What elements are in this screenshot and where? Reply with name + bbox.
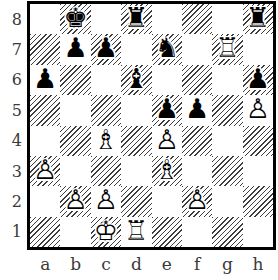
rank-label-2: 2 [4, 186, 24, 216]
square-a6[interactable]: ♟♟ [30, 65, 60, 95]
square-d3[interactable] [121, 156, 151, 186]
piece-underlay: ♜ [243, 3, 273, 33]
square-d8[interactable]: ♜♜ [121, 4, 151, 34]
square-f3[interactable] [182, 156, 212, 186]
piece-black-king-b8: ♚ [60, 3, 90, 33]
square-d5[interactable] [121, 95, 151, 125]
piece-black-pawn-b7: ♟ [60, 33, 90, 63]
rank-label-3: 3 [4, 156, 24, 186]
piece-black-rook-d8: ♜ [121, 3, 151, 33]
piece-black-pawn-h6: ♟ [243, 64, 273, 94]
square-a7[interactable] [30, 34, 60, 64]
piece-white-pawn-e4: ♙ [152, 125, 182, 155]
square-d4[interactable] [121, 126, 151, 156]
square-h4[interactable] [243, 126, 273, 156]
square-e2[interactable] [152, 186, 182, 216]
square-e3[interactable]: ♝♗ [152, 156, 182, 186]
piece-underlay: ♟ [243, 94, 273, 124]
piece-black-bishop-d6: ♝ [121, 64, 151, 94]
piece-black-pawn-f5: ♟ [182, 94, 212, 124]
square-h2[interactable] [243, 186, 273, 216]
piece-underlay: ♟ [60, 33, 90, 63]
piece-black-rook-h8: ♜ [243, 3, 273, 33]
square-b7[interactable]: ♟♟ [60, 34, 90, 64]
square-a3[interactable]: ♟♙ [30, 156, 60, 186]
file-labels: abcdefgh [30, 250, 273, 278]
piece-white-pawn-f2: ♙ [182, 185, 212, 215]
square-b6[interactable] [60, 65, 90, 95]
square-f2[interactable]: ♟♙ [182, 186, 212, 216]
rank-label-5: 5 [4, 95, 24, 125]
piece-underlay: ♟ [30, 155, 60, 185]
piece-underlay: ♟ [182, 94, 212, 124]
piece-underlay: ♟ [152, 94, 182, 124]
square-e6[interactable] [152, 65, 182, 95]
piece-underlay: ♟ [91, 185, 121, 215]
piece-underlay: ♝ [121, 64, 151, 94]
square-a2[interactable] [30, 186, 60, 216]
piece-white-bishop-e3: ♗ [152, 155, 182, 185]
piece-white-pawn-a3: ♙ [30, 155, 60, 185]
square-h7[interactable] [243, 34, 273, 64]
square-a5[interactable] [30, 95, 60, 125]
square-c6[interactable] [91, 65, 121, 95]
square-c3[interactable] [91, 156, 121, 186]
square-e5[interactable]: ♟♟ [152, 95, 182, 125]
square-c1[interactable]: ♚♔ [91, 217, 121, 247]
file-label-c: c [91, 250, 121, 278]
piece-underlay: ♝ [152, 155, 182, 185]
square-g1[interactable] [212, 217, 242, 247]
file-label-h: h [243, 250, 273, 278]
square-b4[interactable] [60, 126, 90, 156]
square-d7[interactable] [121, 34, 151, 64]
file-label-e: e [152, 250, 182, 278]
square-h6[interactable]: ♟♟ [243, 65, 273, 95]
square-f4[interactable] [182, 126, 212, 156]
piece-white-bishop-c4: ♗ [91, 125, 121, 155]
square-d1[interactable]: ♜♖ [121, 217, 151, 247]
square-g3[interactable] [212, 156, 242, 186]
rank-label-4: 4 [4, 126, 24, 156]
square-e7[interactable]: ♞♞ [152, 34, 182, 64]
square-e4[interactable]: ♟♙ [152, 126, 182, 156]
square-a1[interactable] [30, 217, 60, 247]
square-g5[interactable] [212, 95, 242, 125]
square-g7[interactable]: ♜♖ [212, 34, 242, 64]
square-f5[interactable]: ♟♟ [182, 95, 212, 125]
piece-black-knight-e7: ♞ [152, 33, 182, 63]
piece-underlay: ♜ [121, 3, 151, 33]
piece-underlay: ♟ [60, 185, 90, 215]
square-b1[interactable] [60, 217, 90, 247]
square-b3[interactable] [60, 156, 90, 186]
square-c8[interactable] [91, 4, 121, 34]
piece-black-pawn-a6: ♟ [30, 64, 60, 94]
piece-underlay: ♝ [91, 125, 121, 155]
square-g8[interactable] [212, 4, 242, 34]
square-d6[interactable]: ♝♝ [121, 65, 151, 95]
piece-underlay: ♜ [212, 33, 242, 63]
square-a4[interactable] [30, 126, 60, 156]
square-h3[interactable] [243, 156, 273, 186]
rank-label-6: 6 [4, 65, 24, 95]
piece-white-pawn-c2: ♙ [91, 185, 121, 215]
square-e1[interactable] [152, 217, 182, 247]
square-g6[interactable] [212, 65, 242, 95]
rank-label-1: 1 [4, 217, 24, 247]
piece-underlay: ♞ [152, 33, 182, 63]
square-c4[interactable]: ♝♗ [91, 126, 121, 156]
square-b2[interactable]: ♟♙ [60, 186, 90, 216]
square-e8[interactable] [152, 4, 182, 34]
file-label-f: f [182, 250, 212, 278]
piece-underlay: ♚ [91, 216, 121, 246]
piece-white-pawn-h5: ♙ [243, 94, 273, 124]
rank-label-7: 7 [4, 34, 24, 64]
square-f1[interactable] [182, 217, 212, 247]
piece-black-pawn-e5: ♟ [152, 94, 182, 124]
square-c7[interactable]: ♟♟ [91, 34, 121, 64]
file-label-g: g [212, 250, 242, 278]
chess-diagram: 87654321 ♚♚♜♜♜♜♟♟♟♟♞♞♜♖♟♟♝♝♟♟♟♟♟♟♟♙♝♗♟♙♟… [0, 0, 278, 280]
square-g4[interactable] [212, 126, 242, 156]
square-c2[interactable]: ♟♙ [91, 186, 121, 216]
piece-underlay: ♟ [182, 185, 212, 215]
piece-white-king-c1: ♔ [91, 216, 121, 246]
square-f8[interactable] [182, 4, 212, 34]
piece-underlay: ♟ [243, 64, 273, 94]
piece-white-pawn-b2: ♙ [60, 185, 90, 215]
square-a8[interactable] [30, 4, 60, 34]
chess-board: ♚♚♜♜♜♜♟♟♟♟♞♞♜♖♟♟♝♝♟♟♟♟♟♟♟♙♝♗♟♙♟♙♝♗♟♙♟♙♟♙… [27, 1, 276, 250]
piece-underlay: ♜ [121, 216, 151, 246]
rank-labels: 87654321 [4, 4, 24, 247]
square-h1[interactable] [243, 217, 273, 247]
piece-underlay: ♟ [91, 33, 121, 63]
file-label-d: d [121, 250, 151, 278]
piece-white-rook-g7: ♖ [212, 33, 242, 63]
piece-underlay: ♚ [60, 3, 90, 33]
square-b8[interactable]: ♚♚ [60, 4, 90, 34]
square-g2[interactable] [212, 186, 242, 216]
rank-label-8: 8 [4, 4, 24, 34]
piece-underlay: ♟ [152, 125, 182, 155]
piece-white-rook-d1: ♖ [121, 216, 151, 246]
square-h5[interactable]: ♟♙ [243, 95, 273, 125]
file-label-a: a [30, 250, 60, 278]
square-f7[interactable] [182, 34, 212, 64]
square-c5[interactable] [91, 95, 121, 125]
square-d2[interactable] [121, 186, 151, 216]
square-h8[interactable]: ♜♜ [243, 4, 273, 34]
file-label-b: b [60, 250, 90, 278]
piece-underlay: ♟ [30, 64, 60, 94]
piece-black-pawn-c7: ♟ [91, 33, 121, 63]
square-f6[interactable] [182, 65, 212, 95]
square-b5[interactable] [60, 95, 90, 125]
